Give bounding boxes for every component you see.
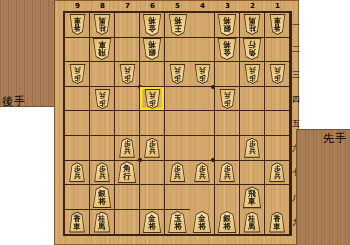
square-6-9[interactable]: 金将: [140, 210, 165, 235]
square-7-2[interactable]: [115, 38, 140, 63]
piece-gote-pawn[interactable]: 歩兵: [69, 64, 86, 84]
square-8-9[interactable]: 桂馬: [90, 210, 115, 235]
square-3-8[interactable]: [215, 185, 240, 210]
square-9-5[interactable]: [65, 111, 90, 136]
square-5-7[interactable]: 歩兵: [165, 161, 190, 186]
piece-sente-pawn[interactable]: 歩兵: [219, 162, 236, 182]
square-9-7[interactable]: 歩兵: [65, 161, 90, 186]
square-7-9[interactable]: [115, 210, 140, 235]
square-1-1[interactable]: 香車: [265, 13, 290, 38]
piece-kanji: 飛車: [243, 187, 261, 207]
piece-kanji: 歩兵: [95, 163, 110, 181]
square-9-4[interactable]: [65, 87, 90, 112]
piece-gote-lance[interactable]: 香車: [69, 14, 86, 35]
file-coordinates: 987654321: [65, 2, 290, 10]
piece-gote-pawn[interactable]: 歩兵: [119, 64, 136, 84]
piece-gote-pawn[interactable]: 歩兵: [169, 64, 186, 84]
piece-kanji: 銀将: [218, 212, 236, 232]
square-7-3[interactable]: 歩兵: [115, 62, 140, 87]
piece-sente-gold[interactable]: 金将: [192, 211, 212, 233]
square-9-9[interactable]: 香車: [65, 210, 90, 235]
piece-sente-bishop[interactable]: 角行: [117, 161, 137, 183]
gote-label: 後手: [2, 94, 26, 109]
rank-label-1: 一: [292, 13, 300, 38]
file-label-3: 3: [215, 2, 240, 10]
piece-sente-pawn[interactable]: 歩兵: [119, 138, 136, 158]
piece-sente-lance[interactable]: 香車: [69, 212, 86, 233]
square-6-8[interactable]: [140, 185, 165, 210]
piece-kanji: 歩兵: [270, 163, 285, 181]
piece-kanji: 銀将: [143, 39, 161, 59]
square-8-2[interactable]: 飛車: [90, 38, 115, 63]
piece-kanji: 歩兵: [220, 90, 235, 108]
square-1-2[interactable]: [265, 38, 290, 63]
piece-kanji: 桂馬: [244, 15, 260, 34]
piece-kanji: 歩兵: [170, 65, 185, 83]
piece-gote-gold[interactable]: 金将: [142, 14, 162, 36]
square-6-7[interactable]: [140, 161, 165, 186]
square-3-5[interactable]: [215, 111, 240, 136]
square-6-4[interactable]: 歩兵: [140, 87, 165, 112]
piece-gote-pawn[interactable]: 歩兵: [94, 89, 111, 109]
square-1-5[interactable]: [265, 111, 290, 136]
piece-kanji: 歩兵: [120, 139, 135, 157]
square-4-4[interactable]: [190, 87, 215, 112]
square-8-4[interactable]: 歩兵: [90, 87, 115, 112]
square-3-2[interactable]: 金将: [215, 38, 240, 63]
square-1-9[interactable]: 香車: [265, 210, 290, 235]
file-label-9: 9: [65, 2, 90, 10]
piece-kanji: 香車: [270, 15, 285, 34]
rank-label-2: 二: [292, 38, 300, 63]
piece-kanji: 飛車: [93, 39, 111, 59]
square-1-8[interactable]: [265, 185, 290, 210]
square-4-1[interactable]: [190, 13, 215, 38]
square-7-4[interactable]: [115, 87, 140, 112]
square-9-3[interactable]: 歩兵: [65, 62, 90, 87]
square-2-5[interactable]: [240, 111, 265, 136]
square-4-7[interactable]: 歩兵: [190, 161, 215, 186]
square-5-9[interactable]: 玉将: [165, 210, 190, 235]
shogi-diagram: 後手 987654321 香車桂馬金将王将銀将桂馬香車飛車銀将金将角行歩兵歩兵歩…: [0, 0, 350, 245]
square-2-6[interactable]: 歩兵: [240, 136, 265, 161]
piece-gote-knight[interactable]: 桂馬: [243, 14, 261, 35]
rank-label-4: 四: [292, 87, 300, 112]
piece-kanji: 歩兵: [170, 163, 185, 181]
file-label-2: 2: [240, 2, 265, 10]
piece-gote-gold[interactable]: 金将: [217, 38, 237, 60]
piece-sente-pawn[interactable]: 歩兵: [194, 162, 211, 182]
piece-kanji: 香車: [70, 15, 85, 34]
square-1-3[interactable]: 歩兵: [265, 62, 290, 87]
piece-sente-knight[interactable]: 桂馬: [243, 212, 261, 233]
piece-sente-pawn[interactable]: 歩兵: [244, 138, 261, 158]
piece-gote-pawn[interactable]: 歩兵: [194, 64, 211, 84]
square-8-8[interactable]: 銀将: [90, 185, 115, 210]
square-3-6[interactable]: [215, 136, 240, 161]
square-8-3[interactable]: [90, 62, 115, 87]
square-3-9[interactable]: 銀将: [215, 210, 240, 235]
square-1-7[interactable]: 歩兵: [265, 161, 290, 186]
piece-kanji: 銀将: [93, 187, 111, 207]
square-5-1[interactable]: 王将: [165, 13, 190, 38]
sente-label: 先手: [323, 131, 347, 146]
square-6-3[interactable]: [140, 62, 165, 87]
piece-sente-lance[interactable]: 香車: [269, 212, 286, 233]
square-7-6[interactable]: 歩兵: [115, 136, 140, 161]
piece-kanji: 桂馬: [94, 213, 110, 232]
piece-kanji: 角行: [118, 162, 136, 182]
square-4-5[interactable]: [190, 111, 215, 136]
square-2-1[interactable]: 桂馬: [240, 13, 265, 38]
piece-kanji: 桂馬: [94, 15, 110, 34]
square-4-6[interactable]: [190, 136, 215, 161]
square-8-6[interactable]: [90, 136, 115, 161]
file-label-7: 7: [115, 2, 140, 10]
piece-sente-pawn[interactable]: 歩兵: [94, 162, 111, 182]
square-2-3[interactable]: 歩兵: [240, 62, 265, 87]
piece-sente-rook[interactable]: 飛車: [242, 186, 262, 208]
square-6-1[interactable]: 金将: [140, 13, 165, 38]
square-9-6[interactable]: [65, 136, 90, 161]
piece-kanji: 玉将: [169, 212, 187, 232]
square-7-7[interactable]: 角行: [115, 161, 140, 186]
square-8-1[interactable]: 桂馬: [90, 13, 115, 38]
piece-gote-pawn[interactable]: 歩兵: [244, 64, 261, 84]
piece-kanji: 歩兵: [95, 90, 110, 108]
piece-sente-pawn[interactable]: 歩兵: [269, 162, 286, 182]
piece-sente-pawn[interactable]: 歩兵: [144, 138, 161, 158]
piece-kanji: 王将: [169, 15, 187, 35]
piece-kanji: 歩兵: [245, 65, 260, 83]
piece-kanji: 歩兵: [120, 65, 135, 83]
board-grid: 香車桂馬金将王将銀将桂馬香車飛車銀将金将角行歩兵歩兵歩兵歩兵歩兵歩兵歩兵歩兵歩兵…: [63, 11, 292, 236]
square-9-8[interactable]: [65, 185, 90, 210]
piece-gote-rook[interactable]: 飛車: [92, 38, 112, 60]
piece-gote-pawn[interactable]: 歩兵: [144, 89, 161, 109]
file-label-6: 6: [140, 2, 165, 10]
square-4-9[interactable]: 金将: [190, 210, 215, 235]
square-4-8[interactable]: [190, 185, 215, 210]
square-6-2[interactable]: 銀将: [140, 38, 165, 63]
square-5-8[interactable]: [165, 185, 190, 210]
piece-kanji: 金将: [218, 39, 236, 59]
square-5-3[interactable]: 歩兵: [165, 62, 190, 87]
piece-sente-pawn[interactable]: 歩兵: [69, 162, 86, 182]
square-2-9[interactable]: 桂馬: [240, 210, 265, 235]
piece-sente-king[interactable]: 玉将: [168, 211, 188, 233]
piece-sente-knight[interactable]: 桂馬: [93, 212, 111, 233]
square-5-5[interactable]: [165, 111, 190, 136]
square-5-2[interactable]: [165, 38, 190, 63]
piece-gote-pawn[interactable]: 歩兵: [269, 64, 286, 84]
file-label-4: 4: [190, 2, 215, 10]
square-2-2[interactable]: 角行: [240, 38, 265, 63]
square-8-5[interactable]: [90, 111, 115, 136]
piece-sente-silver[interactable]: 銀将: [92, 186, 112, 208]
square-3-7[interactable]: 歩兵: [215, 161, 240, 186]
square-6-6[interactable]: 歩兵: [140, 136, 165, 161]
piece-kanji: 香車: [270, 213, 285, 232]
square-5-4[interactable]: [165, 87, 190, 112]
piece-gote-silver[interactable]: 銀将: [142, 38, 162, 60]
square-7-5[interactable]: [115, 111, 140, 136]
square-6-5[interactable]: [140, 111, 165, 136]
square-3-1[interactable]: 銀将: [215, 13, 240, 38]
piece-kanji: 歩兵: [195, 163, 210, 181]
square-2-8[interactable]: 飛車: [240, 185, 265, 210]
rank-label-3: 三: [292, 62, 300, 87]
piece-sente-pawn[interactable]: 歩兵: [169, 162, 186, 182]
square-4-3[interactable]: 歩兵: [190, 62, 215, 87]
square-5-6[interactable]: [165, 136, 190, 161]
piece-kanji: 歩兵: [145, 90, 160, 108]
square-9-1[interactable]: 香車: [65, 13, 90, 38]
square-7-1[interactable]: [115, 13, 140, 38]
piece-kanji: 歩兵: [70, 163, 85, 181]
file-label-8: 8: [90, 2, 115, 10]
piece-gote-knight[interactable]: 桂馬: [93, 14, 111, 35]
piece-kanji: 歩兵: [70, 65, 85, 83]
piece-kanji: 金将: [143, 212, 161, 232]
piece-gote-king[interactable]: 王将: [168, 14, 188, 36]
piece-gote-silver[interactable]: 銀将: [217, 14, 237, 36]
square-9-2[interactable]: [65, 38, 90, 63]
square-7-8[interactable]: [115, 185, 140, 210]
piece-kanji: 桂馬: [244, 213, 260, 232]
file-label-1: 1: [265, 2, 290, 10]
piece-kanji: 銀将: [218, 15, 236, 35]
square-2-7[interactable]: [240, 161, 265, 186]
square-4-2[interactable]: [190, 38, 215, 63]
piece-sente-silver[interactable]: 銀将: [217, 211, 237, 233]
gote-piece-stand: 後手: [0, 0, 55, 107]
piece-gote-lance[interactable]: 香車: [269, 14, 286, 35]
square-2-4[interactable]: [240, 87, 265, 112]
piece-gote-bishop[interactable]: 角行: [242, 38, 262, 60]
piece-kanji: 歩兵: [270, 65, 285, 83]
shogi-board: 987654321 香車桂馬金将王将銀将桂馬香車飛車銀将金将角行歩兵歩兵歩兵歩兵…: [54, 0, 299, 245]
piece-kanji: 角行: [243, 39, 261, 59]
square-3-3[interactable]: [215, 62, 240, 87]
piece-kanji: 歩兵: [145, 139, 160, 157]
piece-sente-gold[interactable]: 金将: [142, 211, 162, 233]
file-label-5: 5: [165, 2, 190, 10]
piece-kanji: 歩兵: [220, 163, 235, 181]
piece-kanji: 歩兵: [195, 65, 210, 83]
square-8-7[interactable]: 歩兵: [90, 161, 115, 186]
piece-kanji: 金将: [143, 15, 161, 35]
piece-kanji: 香車: [70, 213, 85, 232]
square-3-4[interactable]: 歩兵: [215, 87, 240, 112]
piece-kanji: 歩兵: [245, 139, 260, 157]
square-1-6[interactable]: [265, 136, 290, 161]
square-1-4[interactable]: [265, 87, 290, 112]
piece-kanji: 金将: [193, 212, 211, 232]
sente-piece-stand: 先手: [296, 129, 350, 245]
piece-gote-pawn[interactable]: 歩兵: [219, 89, 236, 109]
